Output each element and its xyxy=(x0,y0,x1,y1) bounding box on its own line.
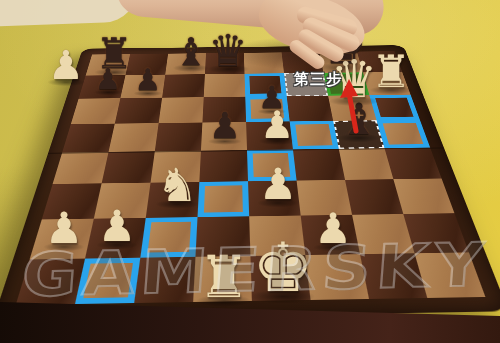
white-pawn-e3[interactable]: ♟ xyxy=(259,163,298,206)
square-f1[interactable] xyxy=(305,254,369,300)
white-pawn-f2[interactable]: ♟ xyxy=(314,208,352,250)
square-a4[interactable] xyxy=(53,152,109,184)
black-pawn-d5[interactable]: ♟ xyxy=(209,108,241,144)
square-c1[interactable] xyxy=(134,257,195,303)
square-d7[interactable] xyxy=(204,74,246,97)
square-h3[interactable] xyxy=(393,179,454,214)
square-d3[interactable] xyxy=(198,181,250,217)
square-f4[interactable] xyxy=(293,149,345,181)
black-pawn-a7[interactable]: ♟ xyxy=(95,65,121,94)
white-pawn-b2[interactable]: ♟ xyxy=(98,205,137,248)
square-c7[interactable] xyxy=(162,74,205,97)
captured-white-pawn: ♟ xyxy=(48,45,84,85)
square-f5[interactable] xyxy=(290,121,339,150)
square-a5[interactable] xyxy=(62,124,115,153)
square-h2[interactable] xyxy=(403,213,469,253)
black-pawn-b7[interactable]: ♟ xyxy=(135,65,162,95)
square-h5[interactable] xyxy=(377,120,431,148)
square-a1[interactable] xyxy=(16,259,85,305)
white-rook-d1[interactable]: ♜ xyxy=(198,248,250,306)
white-pawn-e5[interactable]: ♟ xyxy=(260,106,294,144)
black-bishop-c8[interactable]: ♝ xyxy=(174,33,208,71)
square-b1[interactable] xyxy=(75,258,140,304)
square-d4[interactable] xyxy=(199,150,248,182)
chess-game-scene: ♜♟♟♝♛♚♟♟♝♛♜♟♟♞♟♟♟♜♚♟ GAMERSKY 第三步 xyxy=(0,0,500,343)
white-pawn-a2[interactable]: ♟ xyxy=(45,207,84,250)
white-king-e1[interactable]: ♚ xyxy=(253,234,314,302)
white-knight-c3[interactable]: ♞ xyxy=(156,162,197,208)
step-label: 第三步 xyxy=(294,70,342,89)
square-e8[interactable] xyxy=(244,52,284,73)
square-c6[interactable] xyxy=(159,97,204,123)
square-h4[interactable] xyxy=(385,148,442,180)
black-queen-d8[interactable]: ♛ xyxy=(208,29,247,73)
square-c2[interactable] xyxy=(140,217,197,258)
white-rook-h7[interactable]: ♜ xyxy=(371,49,411,94)
square-b5[interactable] xyxy=(109,123,159,152)
square-a6[interactable] xyxy=(71,98,121,124)
square-b4[interactable] xyxy=(102,151,155,183)
board-grid xyxy=(16,51,486,305)
square-c5[interactable] xyxy=(155,123,203,152)
square-h1[interactable] xyxy=(415,252,486,298)
square-b6[interactable] xyxy=(115,98,162,124)
